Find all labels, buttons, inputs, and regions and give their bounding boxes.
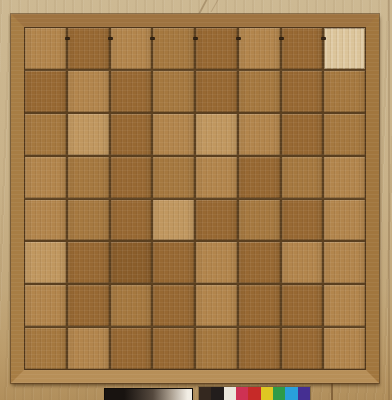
- calibration-patch-1: [199, 387, 211, 400]
- square-r3c8[interactable]: [324, 114, 365, 155]
- square-r2c4[interactable]: [153, 71, 194, 112]
- square-r7c3[interactable]: [111, 285, 152, 326]
- square-r3c3[interactable]: [111, 114, 152, 155]
- calibration-patch-5: [248, 387, 260, 400]
- square-r4c1[interactable]: [25, 157, 66, 198]
- square-r6c5[interactable]: [196, 242, 237, 283]
- square-r4c6[interactable]: [239, 157, 280, 198]
- square-r7c1[interactable]: [25, 285, 66, 326]
- pin-mark: [193, 37, 198, 40]
- square-r5c2[interactable]: [68, 200, 109, 241]
- pin-mark: [150, 37, 155, 40]
- square-r5c8[interactable]: [324, 200, 365, 241]
- square-r8c8[interactable]: [324, 328, 365, 369]
- square-r4c7[interactable]: [282, 157, 323, 198]
- square-r1c6[interactable]: [239, 28, 280, 69]
- square-r1c8-pale-replacement[interactable]: [324, 28, 365, 69]
- square-r8c2[interactable]: [68, 328, 109, 369]
- square-r4c5[interactable]: [196, 157, 237, 198]
- square-r2c8[interactable]: [324, 71, 365, 112]
- pin-mark: [321, 37, 326, 40]
- calibration-patch-4: [236, 387, 248, 400]
- game-board: [11, 14, 379, 383]
- square-r7c8[interactable]: [324, 285, 365, 326]
- square-r4c8[interactable]: [324, 157, 365, 198]
- square-r1c2[interactable]: [68, 28, 109, 69]
- square-r6c4[interactable]: [153, 242, 194, 283]
- pin-mark: [236, 37, 241, 40]
- square-r1c1[interactable]: [25, 28, 66, 69]
- square-r4c4[interactable]: [153, 157, 194, 198]
- square-r5c4[interactable]: [153, 200, 194, 241]
- square-r2c6[interactable]: [239, 71, 280, 112]
- square-r8c1[interactable]: [25, 328, 66, 369]
- color-calibration-bar: [199, 387, 310, 400]
- square-r5c3[interactable]: [111, 200, 152, 241]
- calibration-patch-8: [285, 387, 297, 400]
- calibration-patch-7: [273, 387, 285, 400]
- square-r8c7[interactable]: [282, 328, 323, 369]
- square-r5c7[interactable]: [282, 200, 323, 241]
- square-r3c2[interactable]: [68, 114, 109, 155]
- square-r6c6[interactable]: [239, 242, 280, 283]
- square-r6c3[interactable]: [111, 242, 152, 283]
- square-r2c3[interactable]: [111, 71, 152, 112]
- square-r3c7[interactable]: [282, 114, 323, 155]
- square-r8c3[interactable]: [111, 328, 152, 369]
- square-r7c6[interactable]: [239, 285, 280, 326]
- square-r5c5[interactable]: [196, 200, 237, 241]
- square-r5c6[interactable]: [239, 200, 280, 241]
- grayscale-calibration-bar: [104, 388, 193, 400]
- square-r3c6[interactable]: [239, 114, 280, 155]
- square-r8c6[interactable]: [239, 328, 280, 369]
- square-r1c5[interactable]: [196, 28, 237, 69]
- board-grid: [24, 27, 366, 370]
- square-r7c5[interactable]: [196, 285, 237, 326]
- square-r2c5[interactable]: [196, 71, 237, 112]
- calibration-patch-6: [261, 387, 273, 400]
- square-r7c2[interactable]: [68, 285, 109, 326]
- square-r3c4[interactable]: [153, 114, 194, 155]
- square-r3c5[interactable]: [196, 114, 237, 155]
- wood-grain-scratch: [211, 0, 219, 12]
- square-r7c7[interactable]: [282, 285, 323, 326]
- square-r4c3[interactable]: [111, 157, 152, 198]
- square-r2c2[interactable]: [68, 71, 109, 112]
- square-r6c1[interactable]: [25, 242, 66, 283]
- square-r4c2[interactable]: [68, 157, 109, 198]
- pin-mark: [108, 37, 113, 40]
- square-r6c2[interactable]: [68, 242, 109, 283]
- square-r5c1[interactable]: [25, 200, 66, 241]
- square-r2c1[interactable]: [25, 71, 66, 112]
- calibration-patch-3: [224, 387, 236, 400]
- table-crack: [331, 383, 333, 400]
- calibration-patch-2: [211, 387, 223, 400]
- square-r7c4[interactable]: [153, 285, 194, 326]
- square-r1c3[interactable]: [111, 28, 152, 69]
- square-r1c7[interactable]: [282, 28, 323, 69]
- square-r3c1[interactable]: [25, 114, 66, 155]
- calibration-patch-9: [298, 387, 310, 400]
- square-r1c4[interactable]: [153, 28, 194, 69]
- square-r8c4[interactable]: [153, 328, 194, 369]
- photo-canvas: { "game": "checkers / chess gameboard — …: [0, 0, 392, 400]
- square-r6c7[interactable]: [282, 242, 323, 283]
- pin-mark: [65, 37, 70, 40]
- table-crack: [388, 0, 390, 400]
- square-r2c7[interactable]: [282, 71, 323, 112]
- pin-mark: [279, 37, 284, 40]
- wood-grain-scratch: [199, 0, 208, 13]
- square-r6c8[interactable]: [324, 242, 365, 283]
- square-r8c5[interactable]: [196, 328, 237, 369]
